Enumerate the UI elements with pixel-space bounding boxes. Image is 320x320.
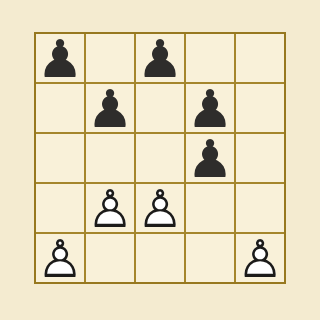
board-cell-r1c3[interactable]: ♟	[136, 34, 184, 82]
board-cell-r4c5[interactable]	[236, 184, 284, 232]
black-pawn[interactable]: ♟	[87, 83, 134, 135]
board-cell-r2c1[interactable]	[36, 84, 84, 132]
board: ♟♟♟♟♟♟♙♟♙♟♙♟♙	[34, 32, 286, 284]
board-cell-r5c4[interactable]	[186, 234, 234, 282]
black-pawn[interactable]: ♟	[187, 133, 234, 185]
white-pawn[interactable]: ♙	[137, 183, 184, 235]
board-cell-r4c4[interactable]	[186, 184, 234, 232]
black-pawn[interactable]: ♟	[37, 33, 84, 85]
board-cell-r4c3[interactable]: ♟♙	[136, 184, 184, 232]
board-cell-r1c1[interactable]: ♟	[36, 34, 84, 82]
board-cell-r1c5[interactable]	[236, 34, 284, 82]
black-pawn[interactable]: ♟	[137, 33, 184, 85]
board-cell-r1c4[interactable]	[186, 34, 234, 82]
board-cell-r5c1[interactable]: ♟♙	[36, 234, 84, 282]
white-pawn[interactable]: ♙	[87, 183, 134, 235]
board-cell-r5c2[interactable]	[86, 234, 134, 282]
board-cell-r3c2[interactable]	[86, 134, 134, 182]
board-cell-r4c1[interactable]	[36, 184, 84, 232]
board-cell-r3c5[interactable]	[236, 134, 284, 182]
board-cell-r2c4[interactable]: ♟	[186, 84, 234, 132]
board-cell-r3c4[interactable]: ♟	[186, 134, 234, 182]
black-pawn[interactable]: ♟	[187, 83, 234, 135]
board-cell-r4c2[interactable]: ♟♙	[86, 184, 134, 232]
white-pawn[interactable]: ♙	[237, 233, 284, 285]
board-cell-r2c2[interactable]: ♟	[86, 84, 134, 132]
board-cell-r2c3[interactable]	[136, 84, 184, 132]
board-cell-r5c3[interactable]	[136, 234, 184, 282]
white-pawn[interactable]: ♙	[37, 233, 84, 285]
board-cell-r5c5[interactable]: ♟♙	[236, 234, 284, 282]
board-cell-r1c2[interactable]	[86, 34, 134, 82]
board-cell-r2c5[interactable]	[236, 84, 284, 132]
board-cell-r3c1[interactable]	[36, 134, 84, 182]
page-background: ♟♟♟♟♟♟♙♟♙♟♙♟♙	[0, 0, 320, 320]
board-cell-r3c3[interactable]	[136, 134, 184, 182]
